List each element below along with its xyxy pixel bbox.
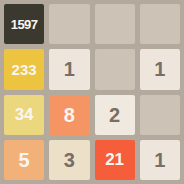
empty-cell (95, 49, 135, 89)
tile-value: 1 (154, 59, 165, 79)
tile-value: 5 (19, 150, 30, 170)
tile-value: 2 (109, 105, 120, 125)
game-board[interactable]: 159723311348253211 (0, 0, 184, 184)
tile-5: 5 (4, 140, 44, 180)
tile-value: 233 (12, 62, 37, 77)
tile-value: 1597 (11, 18, 38, 31)
tile-1: 1 (49, 49, 89, 89)
tile-1: 1 (140, 49, 180, 89)
tile-34: 34 (4, 95, 44, 135)
tile-21: 21 (95, 140, 135, 180)
tile-233: 233 (4, 49, 44, 89)
empty-cell (140, 4, 180, 44)
tile-value: 1 (64, 59, 75, 79)
empty-cell (95, 4, 135, 44)
tile-value: 3 (64, 150, 75, 170)
empty-cell (140, 95, 180, 135)
tile-1597: 1597 (4, 4, 44, 44)
tile-value: 21 (105, 151, 124, 168)
tile-8: 8 (49, 95, 89, 135)
tile-value: 8 (64, 105, 75, 125)
tile-value: 34 (15, 106, 34, 123)
tile-2: 2 (95, 95, 135, 135)
tile-1: 1 (140, 140, 180, 180)
empty-cell (49, 4, 89, 44)
tile-value: 1 (154, 150, 165, 170)
tile-3: 3 (49, 140, 89, 180)
